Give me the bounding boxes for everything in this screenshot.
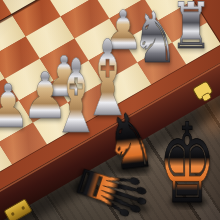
white-bishop[interactable]: ♝ <box>47 46 104 148</box>
chess-set-photo: ♟♟♟♝♝♟♞♜♞♚♛ <box>0 0 220 220</box>
brass-hinge-icon <box>4 199 32 220</box>
black-king[interactable]: ♚ <box>155 109 219 219</box>
white-pawn[interactable]: ♟ <box>0 76 33 136</box>
